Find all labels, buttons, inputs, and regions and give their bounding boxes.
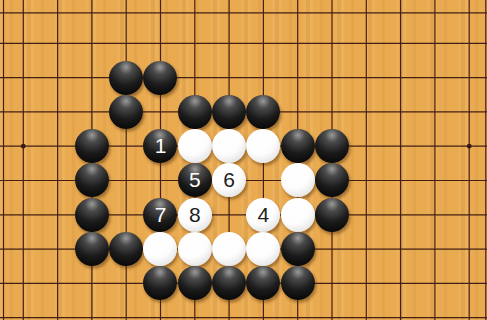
white-stone	[178, 129, 212, 163]
white-stone: 6	[212, 163, 246, 197]
black-stone	[281, 266, 315, 300]
black-stone	[246, 95, 280, 129]
white-stone	[212, 232, 246, 266]
move-number: 8	[189, 198, 201, 232]
move-number: 6	[223, 163, 235, 197]
white-stone: 4	[246, 198, 280, 232]
black-stone	[178, 95, 212, 129]
black-stone	[143, 266, 177, 300]
black-stone	[75, 198, 109, 232]
black-stone	[315, 198, 349, 232]
white-stone	[143, 232, 177, 266]
black-stone	[109, 61, 143, 95]
stones-layer: 156784	[6, 26, 486, 320]
black-stone	[75, 129, 109, 163]
black-stone	[212, 266, 246, 300]
black-stone	[178, 266, 212, 300]
move-number: 7	[155, 198, 167, 232]
black-stone	[143, 61, 177, 95]
black-stone	[75, 163, 109, 197]
black-stone	[109, 232, 143, 266]
black-stone	[281, 129, 315, 163]
move-number: 5	[189, 163, 201, 197]
go-board[interactable]: 156784	[0, 0, 487, 320]
white-stone	[178, 232, 212, 266]
black-stone: 7	[143, 198, 177, 232]
white-stone: 8	[178, 198, 212, 232]
move-number: 1	[155, 129, 167, 163]
black-stone	[281, 232, 315, 266]
white-stone	[281, 198, 315, 232]
black-stone	[109, 95, 143, 129]
black-stone	[212, 95, 246, 129]
black-stone: 5	[178, 163, 212, 197]
white-stone	[281, 163, 315, 197]
black-stone	[75, 232, 109, 266]
black-stone: 1	[143, 129, 177, 163]
white-stone	[246, 129, 280, 163]
black-stone	[315, 129, 349, 163]
white-stone	[212, 129, 246, 163]
black-stone	[315, 163, 349, 197]
white-stone	[246, 232, 280, 266]
black-stone	[246, 266, 280, 300]
move-number: 4	[258, 198, 270, 232]
